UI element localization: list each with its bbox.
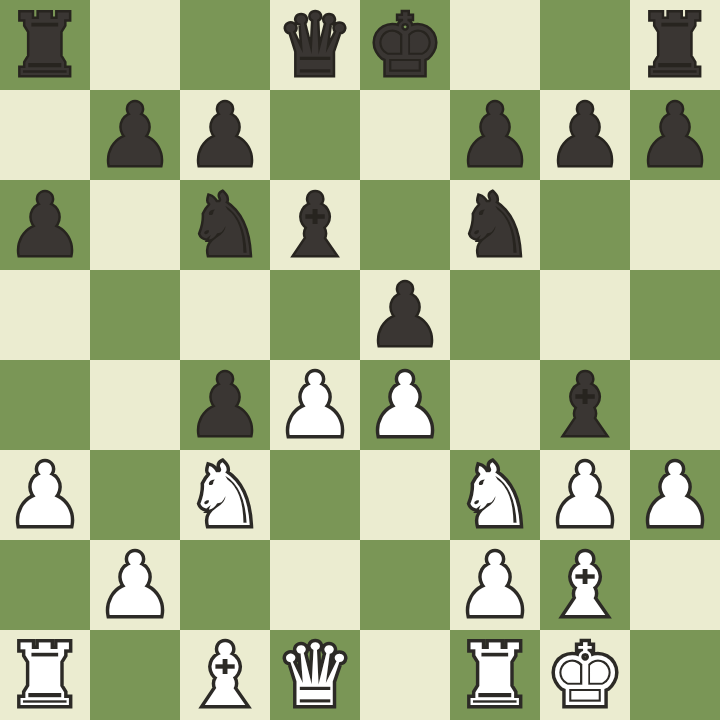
piece-white-pawn[interactable]: ♟ bbox=[540, 450, 630, 540]
square-c4[interactable]: ♟ bbox=[180, 360, 270, 450]
square-h2[interactable] bbox=[630, 540, 720, 630]
square-b8[interactable] bbox=[90, 0, 180, 90]
piece-black-rook[interactable]: ♜ bbox=[0, 0, 90, 90]
piece-white-bishop[interactable]: ♝ bbox=[180, 630, 270, 720]
square-g1[interactable]: ♚ bbox=[540, 630, 630, 720]
piece-white-rook[interactable]: ♜ bbox=[450, 630, 540, 720]
square-d4[interactable]: ♟ bbox=[270, 360, 360, 450]
square-c6[interactable]: ♞ bbox=[180, 180, 270, 270]
square-e6[interactable] bbox=[360, 180, 450, 270]
square-f8[interactable] bbox=[450, 0, 540, 90]
square-d2[interactable] bbox=[270, 540, 360, 630]
square-f1[interactable]: ♜ bbox=[450, 630, 540, 720]
square-d6[interactable]: ♝ bbox=[270, 180, 360, 270]
square-g6[interactable] bbox=[540, 180, 630, 270]
piece-black-knight[interactable]: ♞ bbox=[180, 180, 270, 270]
square-h8[interactable]: ♜ bbox=[630, 0, 720, 90]
square-d7[interactable] bbox=[270, 90, 360, 180]
piece-white-queen[interactable]: ♛ bbox=[270, 630, 360, 720]
piece-black-pawn[interactable]: ♟ bbox=[90, 90, 180, 180]
piece-black-pawn[interactable]: ♟ bbox=[360, 270, 450, 360]
square-a3[interactable]: ♟ bbox=[0, 450, 90, 540]
square-b7[interactable]: ♟ bbox=[90, 90, 180, 180]
piece-white-pawn[interactable]: ♟ bbox=[90, 540, 180, 630]
piece-white-pawn[interactable]: ♟ bbox=[360, 360, 450, 450]
piece-black-knight[interactable]: ♞ bbox=[450, 180, 540, 270]
square-a8[interactable]: ♜ bbox=[0, 0, 90, 90]
square-d5[interactable] bbox=[270, 270, 360, 360]
square-c3[interactable]: ♞ bbox=[180, 450, 270, 540]
chess-board: ♜♛♚♜♟♟♟♟♟♟♞♝♞♟♟♟♟♝♟♞♞♟♟♟♟♝♜♝♛♜♚ bbox=[0, 0, 720, 720]
square-h7[interactable]: ♟ bbox=[630, 90, 720, 180]
piece-white-pawn[interactable]: ♟ bbox=[0, 450, 90, 540]
square-f3[interactable]: ♞ bbox=[450, 450, 540, 540]
piece-white-pawn[interactable]: ♟ bbox=[450, 540, 540, 630]
square-b3[interactable] bbox=[90, 450, 180, 540]
square-f5[interactable] bbox=[450, 270, 540, 360]
square-d3[interactable] bbox=[270, 450, 360, 540]
square-g7[interactable]: ♟ bbox=[540, 90, 630, 180]
square-f4[interactable] bbox=[450, 360, 540, 450]
square-f2[interactable]: ♟ bbox=[450, 540, 540, 630]
square-f7[interactable]: ♟ bbox=[450, 90, 540, 180]
square-e2[interactable] bbox=[360, 540, 450, 630]
square-g5[interactable] bbox=[540, 270, 630, 360]
square-c2[interactable] bbox=[180, 540, 270, 630]
square-h1[interactable] bbox=[630, 630, 720, 720]
piece-white-bishop[interactable]: ♝ bbox=[540, 540, 630, 630]
piece-black-king[interactable]: ♚ bbox=[360, 0, 450, 90]
square-f6[interactable]: ♞ bbox=[450, 180, 540, 270]
piece-white-rook[interactable]: ♜ bbox=[0, 630, 90, 720]
square-e8[interactable]: ♚ bbox=[360, 0, 450, 90]
square-d1[interactable]: ♛ bbox=[270, 630, 360, 720]
square-c7[interactable]: ♟ bbox=[180, 90, 270, 180]
piece-white-pawn[interactable]: ♟ bbox=[630, 450, 720, 540]
piece-white-knight[interactable]: ♞ bbox=[450, 450, 540, 540]
square-e5[interactable]: ♟ bbox=[360, 270, 450, 360]
piece-black-bishop[interactable]: ♝ bbox=[540, 360, 630, 450]
square-d8[interactable]: ♛ bbox=[270, 0, 360, 90]
square-a4[interactable] bbox=[0, 360, 90, 450]
piece-black-pawn[interactable]: ♟ bbox=[540, 90, 630, 180]
piece-black-rook[interactable]: ♜ bbox=[630, 0, 720, 90]
square-b5[interactable] bbox=[90, 270, 180, 360]
square-b4[interactable] bbox=[90, 360, 180, 450]
square-a7[interactable] bbox=[0, 90, 90, 180]
square-e4[interactable]: ♟ bbox=[360, 360, 450, 450]
piece-black-queen[interactable]: ♛ bbox=[270, 0, 360, 90]
square-e7[interactable] bbox=[360, 90, 450, 180]
square-a6[interactable]: ♟ bbox=[0, 180, 90, 270]
square-c1[interactable]: ♝ bbox=[180, 630, 270, 720]
square-g3[interactable]: ♟ bbox=[540, 450, 630, 540]
square-g2[interactable]: ♝ bbox=[540, 540, 630, 630]
piece-black-bishop[interactable]: ♝ bbox=[270, 180, 360, 270]
piece-white-knight[interactable]: ♞ bbox=[180, 450, 270, 540]
square-c5[interactable] bbox=[180, 270, 270, 360]
square-h5[interactable] bbox=[630, 270, 720, 360]
square-g4[interactable]: ♝ bbox=[540, 360, 630, 450]
square-g8[interactable] bbox=[540, 0, 630, 90]
square-a1[interactable]: ♜ bbox=[0, 630, 90, 720]
square-b1[interactable] bbox=[90, 630, 180, 720]
square-e3[interactable] bbox=[360, 450, 450, 540]
piece-black-pawn[interactable]: ♟ bbox=[0, 180, 90, 270]
piece-black-pawn[interactable]: ♟ bbox=[450, 90, 540, 180]
square-a2[interactable] bbox=[0, 540, 90, 630]
piece-black-pawn[interactable]: ♟ bbox=[180, 90, 270, 180]
square-c8[interactable] bbox=[180, 0, 270, 90]
square-b2[interactable]: ♟ bbox=[90, 540, 180, 630]
piece-black-pawn[interactable]: ♟ bbox=[180, 360, 270, 450]
piece-white-pawn[interactable]: ♟ bbox=[270, 360, 360, 450]
square-a5[interactable] bbox=[0, 270, 90, 360]
square-h4[interactable] bbox=[630, 360, 720, 450]
piece-white-king[interactable]: ♚ bbox=[540, 630, 630, 720]
piece-black-pawn[interactable]: ♟ bbox=[630, 90, 720, 180]
square-e1[interactable] bbox=[360, 630, 450, 720]
square-h3[interactable]: ♟ bbox=[630, 450, 720, 540]
square-h6[interactable] bbox=[630, 180, 720, 270]
square-b6[interactable] bbox=[90, 180, 180, 270]
